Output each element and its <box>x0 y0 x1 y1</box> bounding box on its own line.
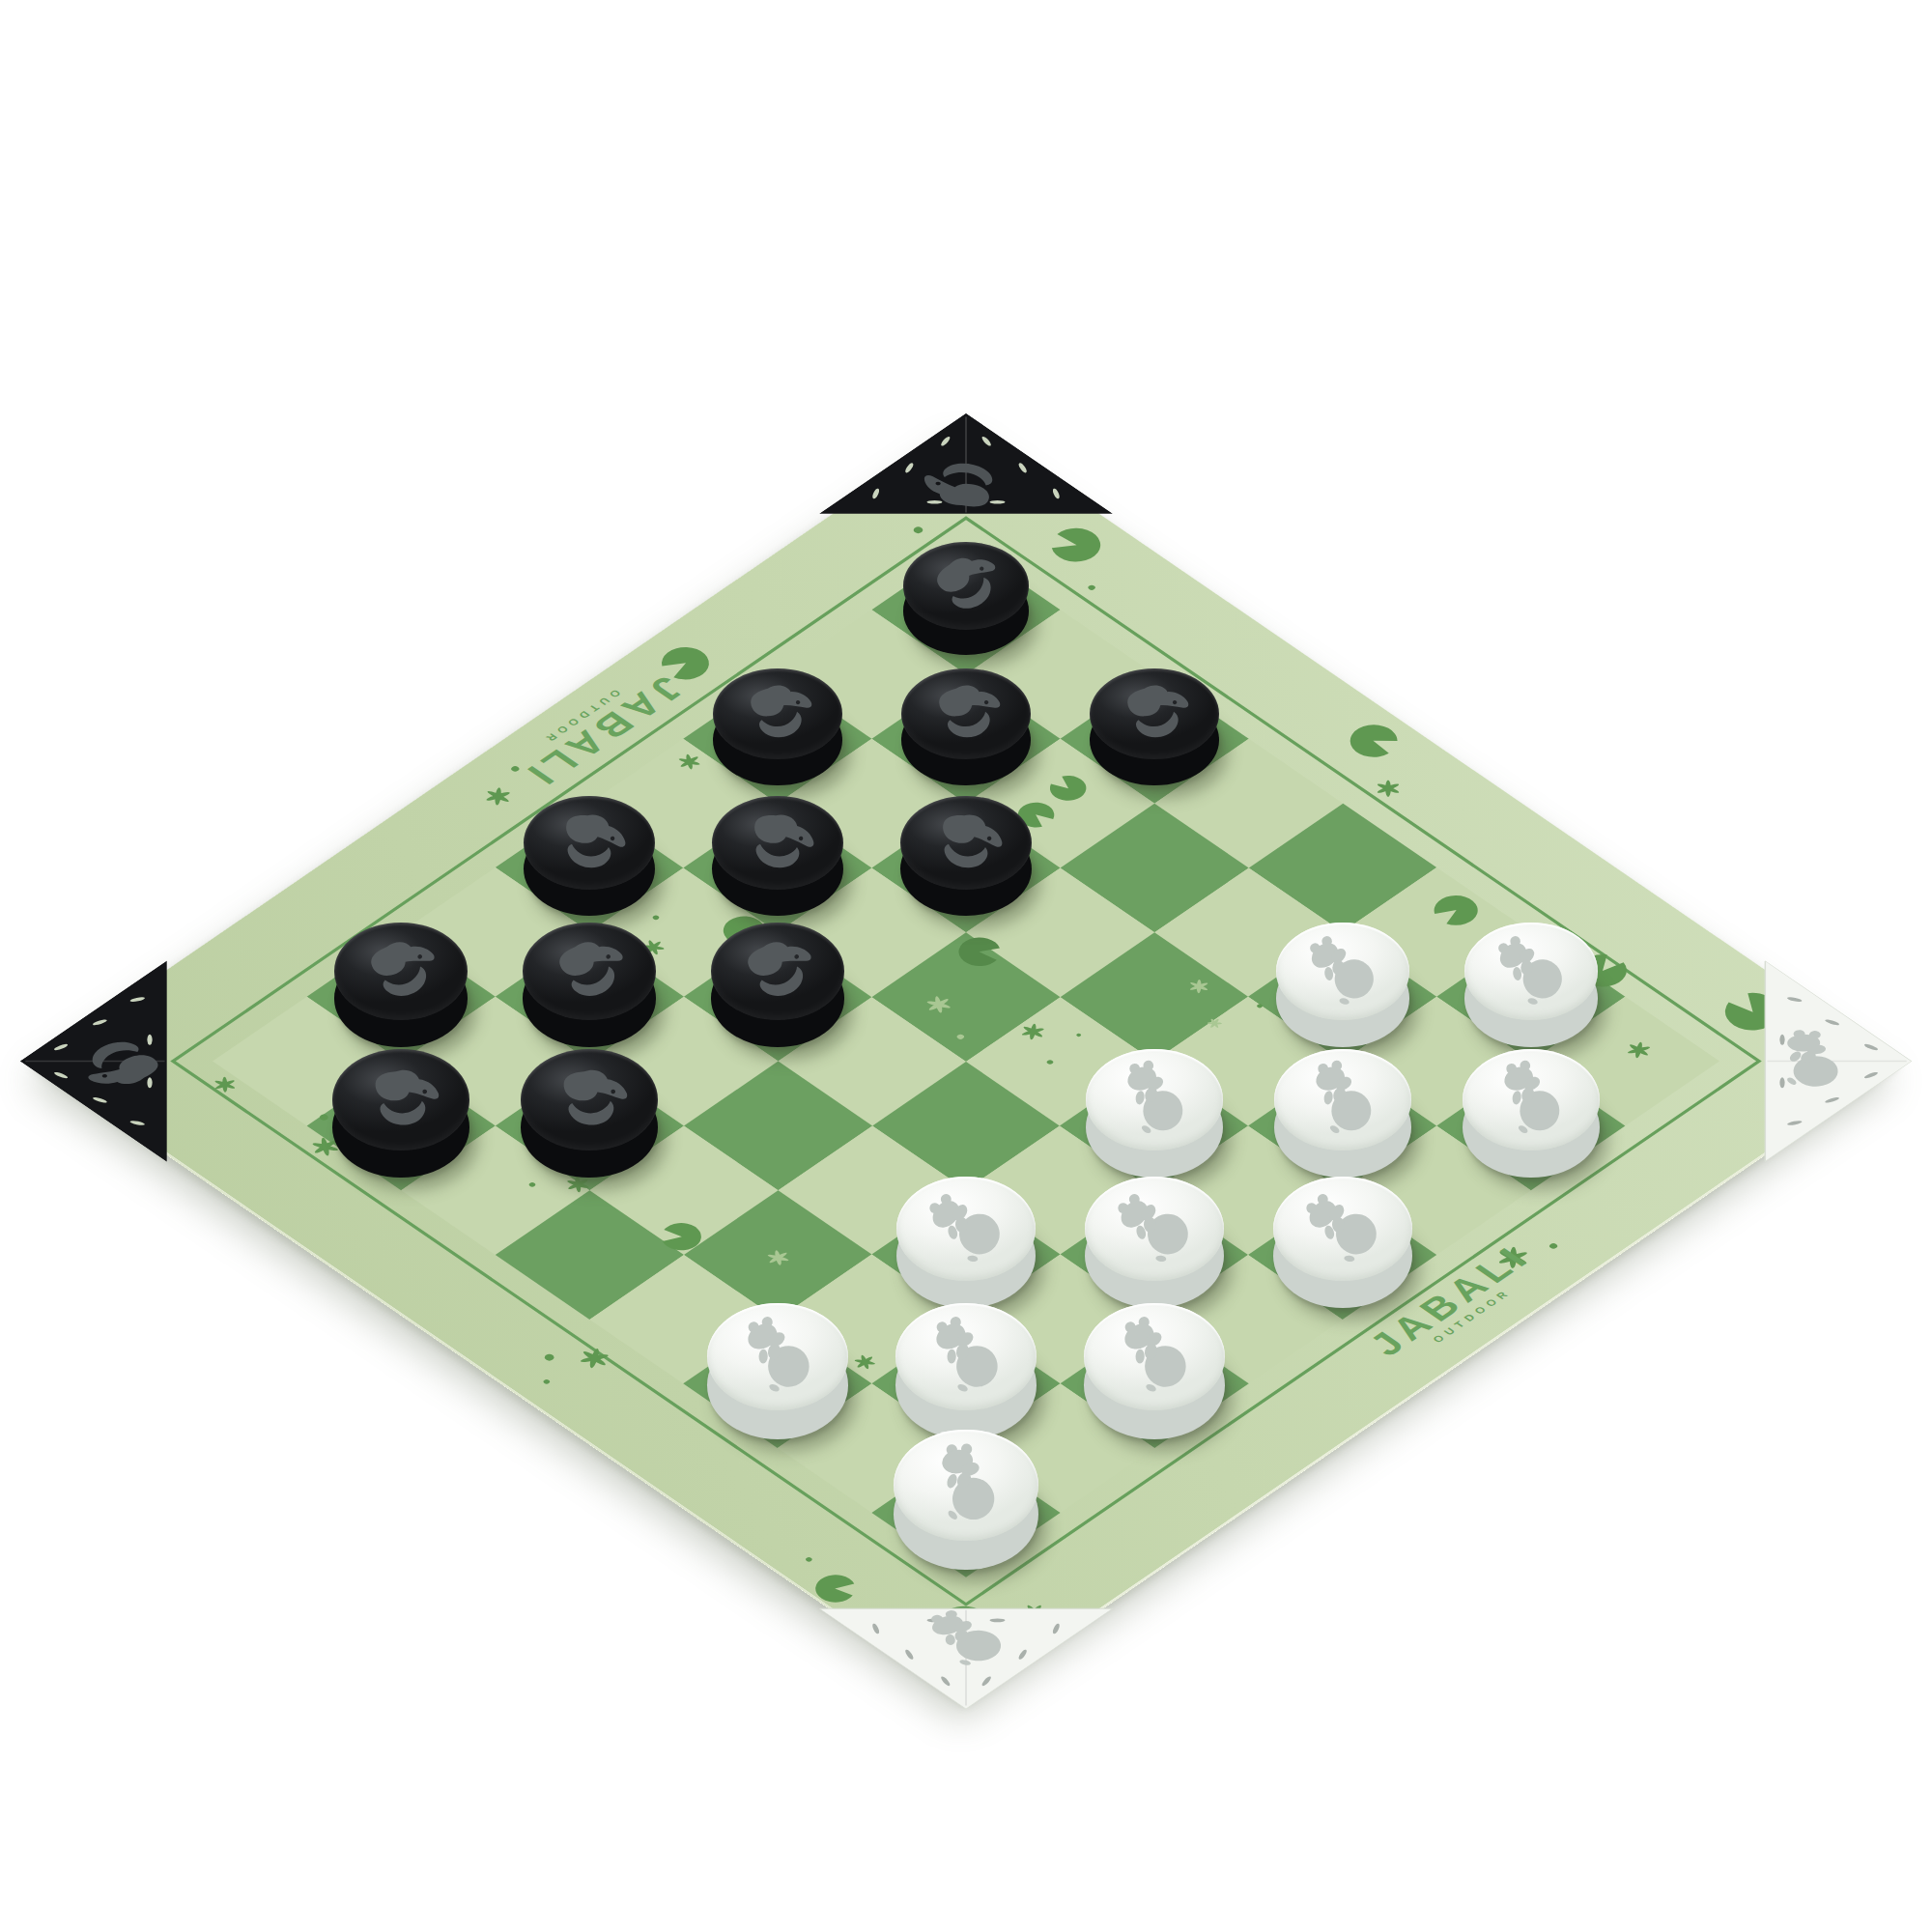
hippo-icon <box>1477 917 1585 1025</box>
anteater-icon <box>727 793 828 894</box>
anteater-icon <box>542 1053 637 1148</box>
black-checker[interactable] <box>334 923 469 1047</box>
hippo-icon <box>914 1305 1017 1408</box>
anteater-icon <box>727 922 828 1022</box>
hippo-icon <box>907 1169 1026 1288</box>
anteater-icon <box>916 793 1016 894</box>
black-checker[interactable] <box>901 668 1030 785</box>
anteater-icon <box>539 793 639 894</box>
black-checker[interactable] <box>903 542 1030 655</box>
hippo-icon <box>1298 1055 1387 1144</box>
white-checker[interactable] <box>707 1303 849 1439</box>
anteater-icon <box>923 671 1009 758</box>
hippo-icon <box>1095 1169 1214 1288</box>
white-checker[interactable] <box>896 1177 1036 1309</box>
black-checker[interactable] <box>521 1049 657 1178</box>
anteater-icon <box>539 922 639 1022</box>
white-checker[interactable] <box>1084 1303 1226 1439</box>
white-checker[interactable] <box>1274 1049 1410 1178</box>
black-checker[interactable] <box>524 796 655 917</box>
white-checker[interactable] <box>1464 923 1599 1047</box>
hippo-icon <box>1289 917 1397 1025</box>
white-checker[interactable] <box>1085 1177 1224 1309</box>
anteater-icon <box>734 671 821 758</box>
black-checker[interactable] <box>900 796 1032 917</box>
white-checker[interactable] <box>1276 923 1410 1047</box>
black-checker[interactable] <box>332 1049 469 1178</box>
white-checker[interactable] <box>1463 1049 1599 1178</box>
black-checker[interactable] <box>713 668 841 785</box>
hippo-icon <box>1102 1305 1206 1408</box>
anteater-icon <box>1111 671 1198 758</box>
hippo-icon <box>1284 1169 1403 1288</box>
black-checker[interactable] <box>523 923 657 1047</box>
pieces-layer <box>0 0 1932 1932</box>
white-checker[interactable] <box>1086 1049 1222 1178</box>
black-checker[interactable] <box>711 923 845 1047</box>
product-photo-stage: JABALI OUTDOOR JABALI OUTDOOR <box>0 0 1932 1932</box>
anteater-icon <box>351 922 451 1022</box>
black-checker[interactable] <box>1090 668 1218 785</box>
hippo-icon <box>915 1434 1017 1536</box>
black-checker[interactable] <box>712 796 843 917</box>
hippo-icon <box>725 1305 829 1408</box>
white-checker[interactable] <box>1273 1177 1412 1309</box>
hippo-icon <box>1110 1055 1199 1144</box>
white-checker[interactable] <box>895 1303 1037 1439</box>
white-checker[interactable] <box>894 1430 1037 1570</box>
hippo-icon <box>1487 1055 1576 1144</box>
anteater-icon <box>354 1053 448 1148</box>
